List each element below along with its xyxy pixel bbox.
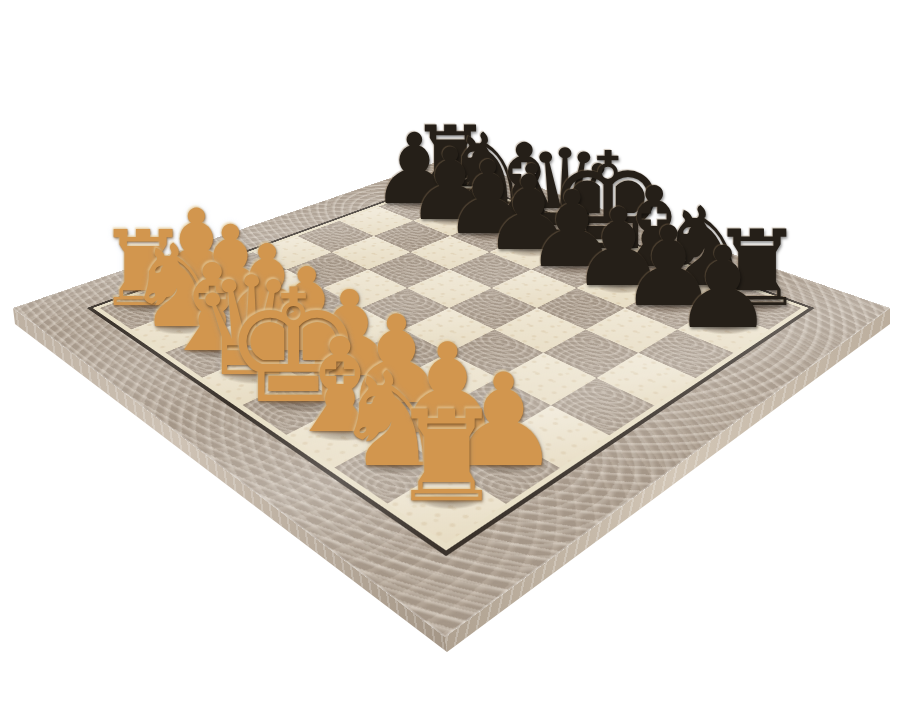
piece-white-rook-h1[interactable]: ♜ — [391, 395, 503, 520]
piece-black-pawn-h7[interactable]: ♟ — [672, 231, 773, 344]
product-photo-stage: ♜♞♝♛♚♝♞♜♟♟♟♟♟♟♟♟♟♟♟♟♟♟♟♟♜♞♝♛♚♝♞♜ — [0, 0, 900, 720]
